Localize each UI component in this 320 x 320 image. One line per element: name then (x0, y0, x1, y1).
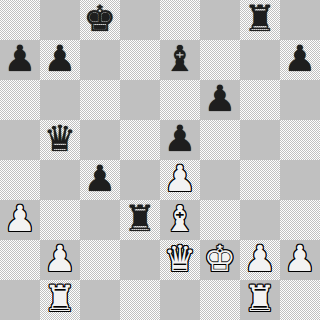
square-f2[interactable]: ♚ (200, 240, 240, 280)
square-h6[interactable] (280, 80, 320, 120)
square-a4[interactable] (0, 160, 40, 200)
square-f7[interactable] (200, 40, 240, 80)
square-d7[interactable] (120, 40, 160, 80)
square-g6[interactable] (240, 80, 280, 120)
square-e7[interactable]: ♝ (160, 40, 200, 80)
square-a2[interactable] (0, 240, 40, 280)
square-f3[interactable] (200, 200, 240, 240)
piece-black-bishop: ♝ (164, 40, 196, 79)
square-h3[interactable] (280, 200, 320, 240)
piece-white-queen: ♛ (164, 240, 196, 279)
square-h4[interactable] (280, 160, 320, 200)
piece-white-pawn: ♟ (164, 160, 196, 199)
square-c1[interactable] (80, 280, 120, 320)
square-c3[interactable] (80, 200, 120, 240)
square-c2[interactable] (80, 240, 120, 280)
square-f4[interactable] (200, 160, 240, 200)
square-b8[interactable] (40, 0, 80, 40)
square-e6[interactable] (160, 80, 200, 120)
square-d5[interactable] (120, 120, 160, 160)
square-a6[interactable] (0, 80, 40, 120)
piece-black-pawn: ♟ (4, 40, 36, 79)
piece-white-pawn: ♟ (4, 200, 36, 239)
square-a3[interactable]: ♟ (0, 200, 40, 240)
square-c4[interactable]: ♟ (80, 160, 120, 200)
piece-black-queen: ♛ (44, 120, 76, 159)
square-h2[interactable]: ♟ (280, 240, 320, 280)
square-d6[interactable] (120, 80, 160, 120)
piece-white-rook: ♜ (244, 280, 276, 319)
square-g3[interactable] (240, 200, 280, 240)
square-g4[interactable] (240, 160, 280, 200)
square-a8[interactable] (0, 0, 40, 40)
square-b2[interactable]: ♟ (40, 240, 80, 280)
square-c7[interactable] (80, 40, 120, 80)
square-h5[interactable] (280, 120, 320, 160)
chess-board: ♚♜♟♟♝♟♟♛♟♟♟♟♜♝♟♛♚♟♟♜♜ (0, 0, 320, 320)
square-e8[interactable] (160, 0, 200, 40)
square-f5[interactable] (200, 120, 240, 160)
piece-white-rook: ♜ (44, 280, 76, 319)
square-e3[interactable]: ♝ (160, 200, 200, 240)
square-h1[interactable] (280, 280, 320, 320)
piece-black-pawn: ♟ (164, 120, 196, 159)
piece-white-pawn: ♟ (244, 240, 276, 279)
square-b7[interactable]: ♟ (40, 40, 80, 80)
piece-white-pawn: ♟ (44, 240, 76, 279)
piece-black-pawn: ♟ (204, 80, 236, 119)
square-c6[interactable] (80, 80, 120, 120)
square-f1[interactable] (200, 280, 240, 320)
square-d2[interactable] (120, 240, 160, 280)
piece-black-pawn: ♟ (284, 40, 316, 79)
piece-white-pawn: ♟ (284, 240, 316, 279)
square-g5[interactable] (240, 120, 280, 160)
square-d1[interactable] (120, 280, 160, 320)
square-a5[interactable] (0, 120, 40, 160)
piece-black-rook: ♜ (244, 0, 276, 39)
square-b3[interactable] (40, 200, 80, 240)
square-e2[interactable]: ♛ (160, 240, 200, 280)
piece-white-bishop: ♝ (164, 200, 196, 239)
square-h8[interactable] (280, 0, 320, 40)
piece-black-pawn: ♟ (84, 160, 116, 199)
square-g7[interactable] (240, 40, 280, 80)
piece-black-rook: ♜ (124, 200, 156, 239)
chess-app-window: ♚♜♟♟♝♟♟♛♟♟♟♟♜♝♟♛♚♟♟♜♜ (0, 0, 320, 320)
square-d3[interactable]: ♜ (120, 200, 160, 240)
square-e4[interactable]: ♟ (160, 160, 200, 200)
piece-white-king: ♚ (204, 240, 236, 279)
square-b5[interactable]: ♛ (40, 120, 80, 160)
square-c5[interactable] (80, 120, 120, 160)
square-b4[interactable] (40, 160, 80, 200)
square-d8[interactable] (120, 0, 160, 40)
square-g8[interactable]: ♜ (240, 0, 280, 40)
square-e1[interactable] (160, 280, 200, 320)
square-g2[interactable]: ♟ (240, 240, 280, 280)
square-c8[interactable]: ♚ (80, 0, 120, 40)
square-b1[interactable]: ♜ (40, 280, 80, 320)
square-b6[interactable] (40, 80, 80, 120)
square-d4[interactable] (120, 160, 160, 200)
square-f8[interactable] (200, 0, 240, 40)
square-g1[interactable]: ♜ (240, 280, 280, 320)
square-e5[interactable]: ♟ (160, 120, 200, 160)
square-a1[interactable] (0, 280, 40, 320)
square-h7[interactable]: ♟ (280, 40, 320, 80)
piece-black-pawn: ♟ (44, 40, 76, 79)
square-a7[interactable]: ♟ (0, 40, 40, 80)
piece-black-king: ♚ (84, 0, 116, 39)
square-f6[interactable]: ♟ (200, 80, 240, 120)
